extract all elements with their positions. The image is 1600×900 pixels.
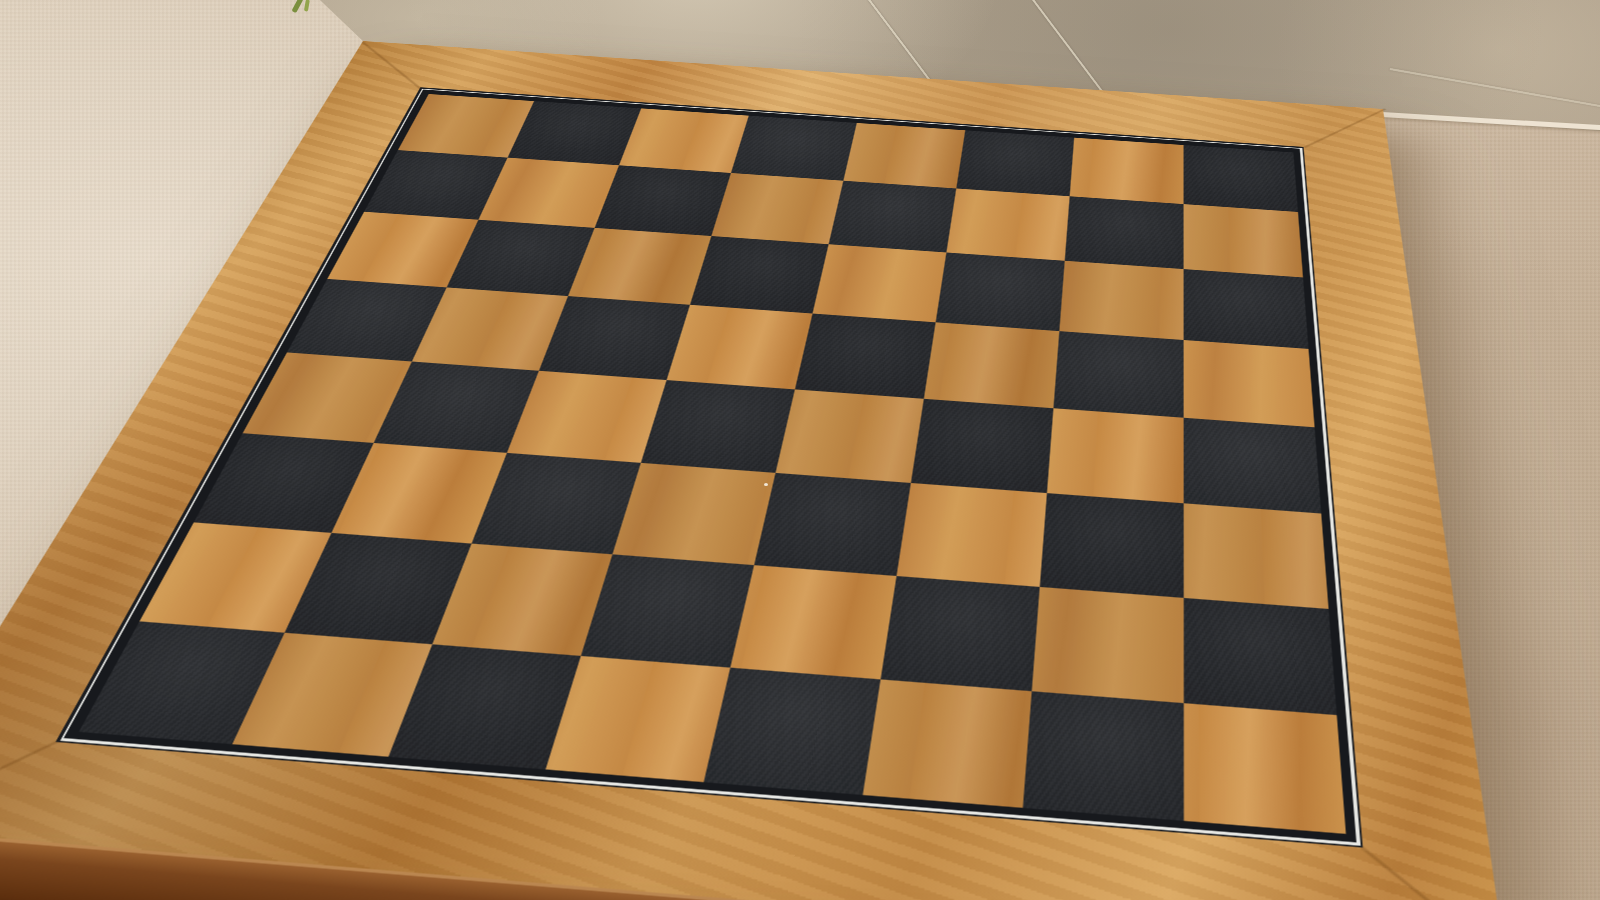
square-e5[interactable] [795,314,936,399]
frame-miter-joint [1304,108,1387,148]
square-g3[interactable] [1039,493,1183,598]
square-d7[interactable] [711,173,843,244]
square-e6[interactable] [812,244,946,322]
square-g1[interactable] [1022,691,1183,820]
square-d6[interactable] [690,236,828,313]
dust-speck [764,483,768,486]
square-e2[interactable] [730,565,896,679]
square-f7[interactable] [946,189,1069,261]
scene [0,0,1600,900]
square-d3[interactable] [613,463,776,565]
square-e3[interactable] [754,473,911,576]
square-f4[interactable] [911,399,1053,493]
square-h1[interactable] [1183,703,1345,833]
square-f8[interactable] [956,130,1074,197]
square-h3[interactable] [1183,503,1328,608]
square-c7[interactable] [595,166,731,237]
square-f1[interactable] [863,679,1032,807]
square-d5[interactable] [667,305,813,390]
square-h6[interactable] [1183,269,1308,349]
square-h4[interactable] [1183,418,1320,514]
tile-grout-line [1390,68,1600,107]
square-d2[interactable] [581,554,754,667]
square-g7[interactable] [1064,197,1183,270]
square-d4[interactable] [641,380,795,473]
square-c6[interactable] [568,228,711,305]
square-f2[interactable] [880,576,1039,691]
square-d8[interactable] [731,115,857,181]
square-f3[interactable] [896,483,1046,587]
square-e7[interactable] [829,181,956,253]
square-e8[interactable] [843,123,965,189]
square-h8[interactable] [1183,145,1297,213]
square-h2[interactable] [1183,598,1336,715]
square-g5[interactable] [1053,331,1183,417]
square-g4[interactable] [1047,408,1184,503]
frame-miter-joint [0,738,63,828]
square-g6[interactable] [1059,261,1183,340]
square-h5[interactable] [1183,340,1314,427]
square-c8[interactable] [619,108,749,173]
square-h7[interactable] [1183,204,1302,277]
square-e4[interactable] [776,389,924,482]
square-f6[interactable] [935,253,1064,332]
square-g2[interactable] [1031,587,1183,703]
square-f5[interactable] [924,322,1059,408]
frame-miter-joint [1360,846,1508,900]
square-e1[interactable] [704,667,881,794]
square-g8[interactable] [1069,137,1183,204]
board-squares [78,94,1345,833]
frame-miter-joint [362,42,423,90]
